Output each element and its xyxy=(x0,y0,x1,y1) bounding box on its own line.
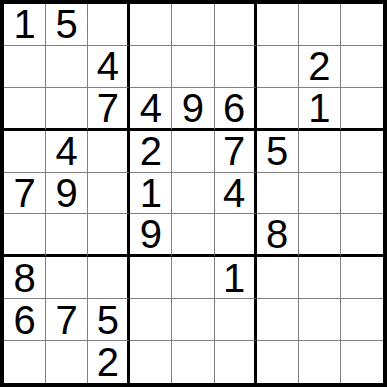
cell-r7c9[interactable] xyxy=(341,257,383,299)
cell-r5c1[interactable]: 7 xyxy=(4,173,46,215)
cell-r6c4[interactable]: 9 xyxy=(130,214,172,257)
cell-r2c2[interactable] xyxy=(46,46,88,88)
cell-r4c5[interactable] xyxy=(172,131,214,173)
cell-r9c1[interactable] xyxy=(4,341,46,383)
given-digit: 7 xyxy=(223,131,245,171)
cell-r4c9[interactable] xyxy=(341,131,383,173)
given-digit: 1 xyxy=(13,4,35,44)
cell-r1c6[interactable] xyxy=(215,4,257,46)
cell-r6c3[interactable] xyxy=(88,214,130,257)
cell-r4c7[interactable]: 5 xyxy=(257,131,299,173)
cell-r6c1[interactable] xyxy=(4,214,46,257)
cell-r8c4[interactable] xyxy=(130,299,172,341)
given-digit: 2 xyxy=(97,342,119,382)
cell-r9c6[interactable] xyxy=(215,341,257,383)
cell-r5c7[interactable] xyxy=(257,173,299,215)
cell-r3c4[interactable]: 4 xyxy=(130,88,172,131)
cell-r3c1[interactable] xyxy=(4,88,46,131)
cell-r7c4[interactable] xyxy=(130,257,172,299)
cell-r5c6[interactable]: 4 xyxy=(215,173,257,215)
cell-r6c9[interactable] xyxy=(341,214,383,257)
cell-r7c7[interactable] xyxy=(257,257,299,299)
given-digit: 4 xyxy=(97,46,119,86)
given-digit: 9 xyxy=(56,173,78,213)
cell-r5c8[interactable] xyxy=(299,173,341,215)
cell-r2c5[interactable] xyxy=(172,46,214,88)
cell-r8c5[interactable] xyxy=(172,299,214,341)
given-digit: 2 xyxy=(308,46,330,86)
given-digit: 6 xyxy=(13,300,35,340)
given-digit: 1 xyxy=(140,173,162,213)
cell-r7c8[interactable] xyxy=(299,257,341,299)
cell-r4c6[interactable]: 7 xyxy=(215,131,257,173)
cell-r1c1[interactable]: 1 xyxy=(4,4,46,46)
cell-r9c4[interactable] xyxy=(130,341,172,383)
given-digit: 7 xyxy=(56,300,78,340)
cell-r4c4[interactable]: 2 xyxy=(130,131,172,173)
given-digit: 5 xyxy=(266,131,288,171)
cell-r8c6[interactable] xyxy=(215,299,257,341)
cell-r5c9[interactable] xyxy=(341,173,383,215)
cell-r5c5[interactable] xyxy=(172,173,214,215)
cell-r3c5[interactable]: 9 xyxy=(172,88,214,131)
cell-r7c2[interactable] xyxy=(46,257,88,299)
cell-r7c6[interactable]: 1 xyxy=(215,257,257,299)
cell-r4c3[interactable] xyxy=(88,131,130,173)
cell-r6c8[interactable] xyxy=(299,214,341,257)
cell-r2c7[interactable] xyxy=(257,46,299,88)
cell-r2c8[interactable]: 2 xyxy=(299,46,341,88)
cell-r3c2[interactable] xyxy=(46,88,88,131)
cell-r1c4[interactable] xyxy=(130,4,172,46)
given-digit: 9 xyxy=(182,88,204,128)
cell-r8c2[interactable]: 7 xyxy=(46,299,88,341)
cell-r3c3[interactable]: 7 xyxy=(88,88,130,131)
cell-r3c8[interactable]: 1 xyxy=(299,88,341,131)
given-digit: 4 xyxy=(223,173,245,213)
cell-r9c8[interactable] xyxy=(299,341,341,383)
given-digit: 2 xyxy=(140,131,162,171)
cell-r2c1[interactable] xyxy=(4,46,46,88)
cell-r4c1[interactable] xyxy=(4,131,46,173)
given-digit: 8 xyxy=(266,214,288,254)
given-digit: 4 xyxy=(56,131,78,171)
given-digit: 7 xyxy=(97,88,119,128)
cell-r8c3[interactable]: 5 xyxy=(88,299,130,341)
cell-r1c5[interactable] xyxy=(172,4,214,46)
cell-r2c3[interactable]: 4 xyxy=(88,46,130,88)
given-digit: 9 xyxy=(140,214,162,254)
cell-r1c3[interactable] xyxy=(88,4,130,46)
cell-r2c9[interactable] xyxy=(341,46,383,88)
given-digit: 4 xyxy=(140,88,162,128)
cell-r8c1[interactable]: 6 xyxy=(4,299,46,341)
cell-r3c6[interactable]: 6 xyxy=(215,88,257,131)
cell-r1c8[interactable] xyxy=(299,4,341,46)
cell-r2c6[interactable] xyxy=(215,46,257,88)
cell-r9c3[interactable]: 2 xyxy=(88,341,130,383)
cell-r3c7[interactable] xyxy=(257,88,299,131)
given-digit: 6 xyxy=(223,88,245,128)
given-digit: 5 xyxy=(56,4,78,44)
cell-r9c2[interactable] xyxy=(46,341,88,383)
cell-r8c8[interactable] xyxy=(299,299,341,341)
cell-r8c9[interactable] xyxy=(341,299,383,341)
cell-r5c4[interactable]: 1 xyxy=(130,173,172,215)
cell-r8c7[interactable] xyxy=(257,299,299,341)
cell-r7c5[interactable] xyxy=(172,257,214,299)
cell-r5c3[interactable] xyxy=(88,173,130,215)
cell-r6c6[interactable] xyxy=(215,214,257,257)
cell-r6c5[interactable] xyxy=(172,214,214,257)
cell-r7c1[interactable]: 8 xyxy=(4,257,46,299)
given-digit: 1 xyxy=(308,88,330,128)
cell-r9c5[interactable] xyxy=(172,341,214,383)
cell-r4c8[interactable] xyxy=(299,131,341,173)
cell-r6c7[interactable]: 8 xyxy=(257,214,299,257)
cell-r5c2[interactable]: 9 xyxy=(46,173,88,215)
cell-r1c9[interactable] xyxy=(341,4,383,46)
cell-r4c2[interactable]: 4 xyxy=(46,131,88,173)
cell-r1c2[interactable]: 5 xyxy=(46,4,88,46)
given-digit: 8 xyxy=(13,258,35,298)
given-digit: 5 xyxy=(97,300,119,340)
sudoku-board: 1542749614275791498816752 xyxy=(0,0,387,387)
cell-r3c9[interactable] xyxy=(341,88,383,131)
cell-r9c7[interactable] xyxy=(257,341,299,383)
given-digit: 1 xyxy=(223,258,245,298)
given-digit: 7 xyxy=(13,173,35,213)
cell-r2c4[interactable] xyxy=(130,46,172,88)
cell-r6c2[interactable] xyxy=(46,214,88,257)
cell-r9c9[interactable] xyxy=(341,341,383,383)
cell-r7c3[interactable] xyxy=(88,257,130,299)
cell-r1c7[interactable] xyxy=(257,4,299,46)
